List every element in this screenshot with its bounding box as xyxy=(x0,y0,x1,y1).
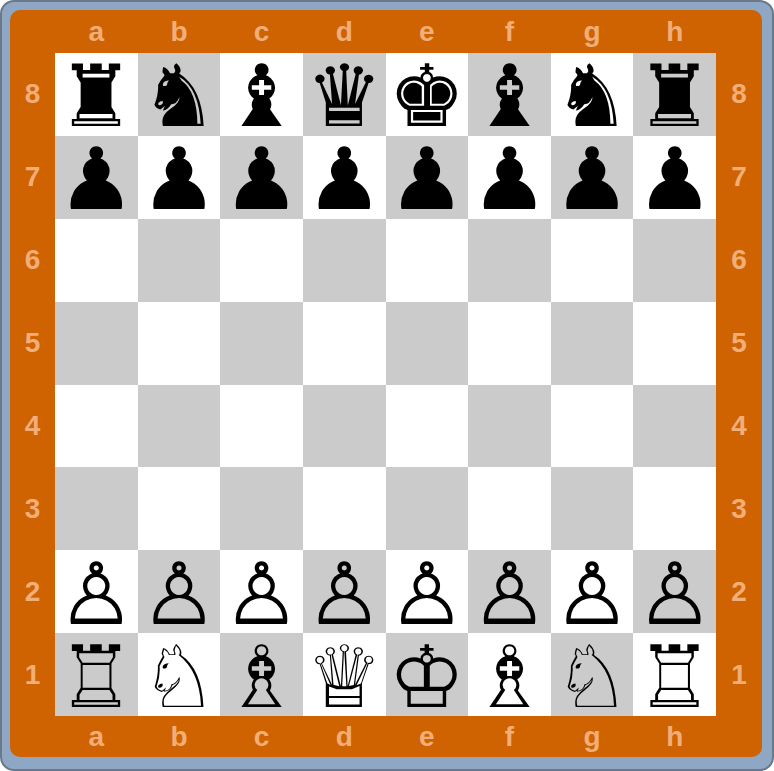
square-f1[interactable]: ♗ xyxy=(468,633,551,716)
file-label-top-h: h xyxy=(633,10,716,53)
piece-white-pawn[interactable]: ♙ xyxy=(58,553,135,633)
piece-white-pawn[interactable]: ♙ xyxy=(471,553,548,633)
piece-white-king[interactable]: ♔ xyxy=(388,636,465,716)
file-label-top-g: g xyxy=(551,10,634,53)
square-d7[interactable]: ♟ xyxy=(303,136,386,219)
board-corner xyxy=(10,10,55,53)
square-c3[interactable] xyxy=(220,467,303,550)
square-h5[interactable] xyxy=(633,302,716,385)
square-e7[interactable]: ♟ xyxy=(386,136,469,219)
square-g7[interactable]: ♟ xyxy=(551,136,634,219)
square-d3[interactable] xyxy=(303,467,386,550)
square-d8[interactable]: ♛ xyxy=(303,53,386,136)
square-g1[interactable]: ♘ xyxy=(551,633,634,716)
file-label-top-c: c xyxy=(220,10,303,53)
square-c6[interactable] xyxy=(220,219,303,302)
piece-white-pawn[interactable]: ♙ xyxy=(140,553,217,633)
square-d4[interactable] xyxy=(303,385,386,468)
square-h6[interactable] xyxy=(633,219,716,302)
square-h1[interactable]: ♖ xyxy=(633,633,716,716)
file-label-top-b: b xyxy=(138,10,221,53)
rank-label-right-3: 3 xyxy=(716,467,762,550)
piece-white-knight[interactable]: ♘ xyxy=(140,636,217,716)
piece-white-bishop[interactable]: ♗ xyxy=(223,636,300,716)
square-f6[interactable] xyxy=(468,219,551,302)
square-h7[interactable]: ♟ xyxy=(633,136,716,219)
square-b7[interactable]: ♟ xyxy=(138,136,221,219)
square-c4[interactable] xyxy=(220,385,303,468)
piece-black-knight[interactable]: ♞ xyxy=(140,55,217,135)
piece-white-queen[interactable]: ♕ xyxy=(306,636,383,716)
file-label-bottom-a: a xyxy=(55,716,138,757)
piece-black-rook[interactable]: ♜ xyxy=(636,55,713,135)
rank-label-right-5: 5 xyxy=(716,302,762,385)
piece-white-pawn[interactable]: ♙ xyxy=(554,553,631,633)
piece-black-king[interactable]: ♚ xyxy=(388,55,465,135)
piece-black-queen[interactable]: ♛ xyxy=(306,55,383,135)
piece-black-pawn[interactable]: ♟ xyxy=(636,138,713,218)
square-h8[interactable]: ♜ xyxy=(633,53,716,136)
square-e1[interactable]: ♔ xyxy=(386,633,469,716)
square-d1[interactable]: ♕ xyxy=(303,633,386,716)
piece-black-pawn[interactable]: ♟ xyxy=(388,138,465,218)
square-e2[interactable]: ♙ xyxy=(386,550,469,633)
square-c1[interactable]: ♗ xyxy=(220,633,303,716)
square-d2[interactable]: ♙ xyxy=(303,550,386,633)
square-a1[interactable]: ♖ xyxy=(55,633,138,716)
piece-black-bishop[interactable]: ♝ xyxy=(223,55,300,135)
piece-white-pawn[interactable]: ♙ xyxy=(306,553,383,633)
square-b2[interactable]: ♙ xyxy=(138,550,221,633)
square-c5[interactable] xyxy=(220,302,303,385)
square-b6[interactable] xyxy=(138,219,221,302)
piece-white-pawn[interactable]: ♙ xyxy=(223,553,300,633)
square-d5[interactable] xyxy=(303,302,386,385)
square-a6[interactable] xyxy=(55,219,138,302)
file-label-bottom-c: c xyxy=(220,716,303,757)
square-c7[interactable]: ♟ xyxy=(220,136,303,219)
square-f7[interactable]: ♟ xyxy=(468,136,551,219)
piece-black-pawn[interactable]: ♟ xyxy=(223,138,300,218)
board-corner xyxy=(716,10,762,53)
piece-black-knight[interactable]: ♞ xyxy=(554,55,631,135)
square-a8[interactable]: ♜ xyxy=(55,53,138,136)
piece-black-pawn[interactable]: ♟ xyxy=(58,138,135,218)
square-g4[interactable] xyxy=(551,385,634,468)
square-g6[interactable] xyxy=(551,219,634,302)
piece-black-pawn[interactable]: ♟ xyxy=(140,138,217,218)
square-c8[interactable]: ♝ xyxy=(220,53,303,136)
square-a2[interactable]: ♙ xyxy=(55,550,138,633)
rank-label-left-4: 4 xyxy=(10,385,55,468)
square-e6[interactable] xyxy=(386,219,469,302)
square-a7[interactable]: ♟ xyxy=(55,136,138,219)
square-a3[interactable] xyxy=(55,467,138,550)
piece-white-pawn[interactable]: ♙ xyxy=(388,553,465,633)
piece-black-pawn[interactable]: ♟ xyxy=(554,138,631,218)
chess-board: abcdefgh8♜♞♝♛♚♝♞♜87♟♟♟♟♟♟♟♟7665544332♙♙♙… xyxy=(10,10,762,757)
file-label-bottom-g: g xyxy=(551,716,634,757)
piece-black-rook[interactable]: ♜ xyxy=(58,55,135,135)
square-f3[interactable] xyxy=(468,467,551,550)
rank-label-left-1: 1 xyxy=(10,633,55,716)
square-e3[interactable] xyxy=(386,467,469,550)
rank-label-right-1: 1 xyxy=(716,633,762,716)
rank-label-left-5: 5 xyxy=(10,302,55,385)
file-label-bottom-h: h xyxy=(633,716,716,757)
square-b5[interactable] xyxy=(138,302,221,385)
piece-black-pawn[interactable]: ♟ xyxy=(471,138,548,218)
square-d6[interactable] xyxy=(303,219,386,302)
square-g3[interactable] xyxy=(551,467,634,550)
square-b3[interactable] xyxy=(138,467,221,550)
rank-label-left-2: 2 xyxy=(10,550,55,633)
rank-label-right-4: 4 xyxy=(716,385,762,468)
piece-white-bishop[interactable]: ♗ xyxy=(471,636,548,716)
piece-black-bishop[interactable]: ♝ xyxy=(471,55,548,135)
square-g8[interactable]: ♞ xyxy=(551,53,634,136)
square-e4[interactable] xyxy=(386,385,469,468)
file-label-bottom-b: b xyxy=(138,716,221,757)
square-c2[interactable]: ♙ xyxy=(220,550,303,633)
rank-label-left-8: 8 xyxy=(10,53,55,136)
square-h4[interactable] xyxy=(633,385,716,468)
rank-label-right-6: 6 xyxy=(716,219,762,302)
square-b1[interactable]: ♘ xyxy=(138,633,221,716)
square-b4[interactable] xyxy=(138,385,221,468)
square-e5[interactable] xyxy=(386,302,469,385)
board-corner xyxy=(716,716,762,757)
rank-label-right-7: 7 xyxy=(716,136,762,219)
square-h2[interactable]: ♙ xyxy=(633,550,716,633)
rank-label-right-2: 2 xyxy=(716,550,762,633)
file-label-bottom-e: e xyxy=(386,716,469,757)
rank-label-left-6: 6 xyxy=(10,219,55,302)
square-h3[interactable] xyxy=(633,467,716,550)
square-a5[interactable] xyxy=(55,302,138,385)
square-b8[interactable]: ♞ xyxy=(138,53,221,136)
square-f8[interactable]: ♝ xyxy=(468,53,551,136)
file-label-bottom-f: f xyxy=(468,716,551,757)
chessboard-widget: abcdefgh8♜♞♝♛♚♝♞♜87♟♟♟♟♟♟♟♟7665544332♙♙♙… xyxy=(0,0,774,771)
square-f2[interactable]: ♙ xyxy=(468,550,551,633)
rank-label-left-3: 3 xyxy=(10,467,55,550)
square-g2[interactable]: ♙ xyxy=(551,550,634,633)
file-label-bottom-d: d xyxy=(303,716,386,757)
file-label-top-a: a xyxy=(55,10,138,53)
square-e8[interactable]: ♚ xyxy=(386,53,469,136)
square-f5[interactable] xyxy=(468,302,551,385)
piece-white-knight[interactable]: ♘ xyxy=(554,636,631,716)
file-label-top-f: f xyxy=(468,10,551,53)
piece-white-rook[interactable]: ♖ xyxy=(58,636,135,716)
square-a4[interactable] xyxy=(55,385,138,468)
square-f4[interactable] xyxy=(468,385,551,468)
square-g5[interactable] xyxy=(551,302,634,385)
board-corner xyxy=(10,716,55,757)
piece-white-rook[interactable]: ♖ xyxy=(636,636,713,716)
piece-white-pawn[interactable]: ♙ xyxy=(636,553,713,633)
piece-black-pawn[interactable]: ♟ xyxy=(306,138,383,218)
file-label-top-d: d xyxy=(303,10,386,53)
rank-label-left-7: 7 xyxy=(10,136,55,219)
rank-label-right-8: 8 xyxy=(716,53,762,136)
file-label-top-e: e xyxy=(386,10,469,53)
